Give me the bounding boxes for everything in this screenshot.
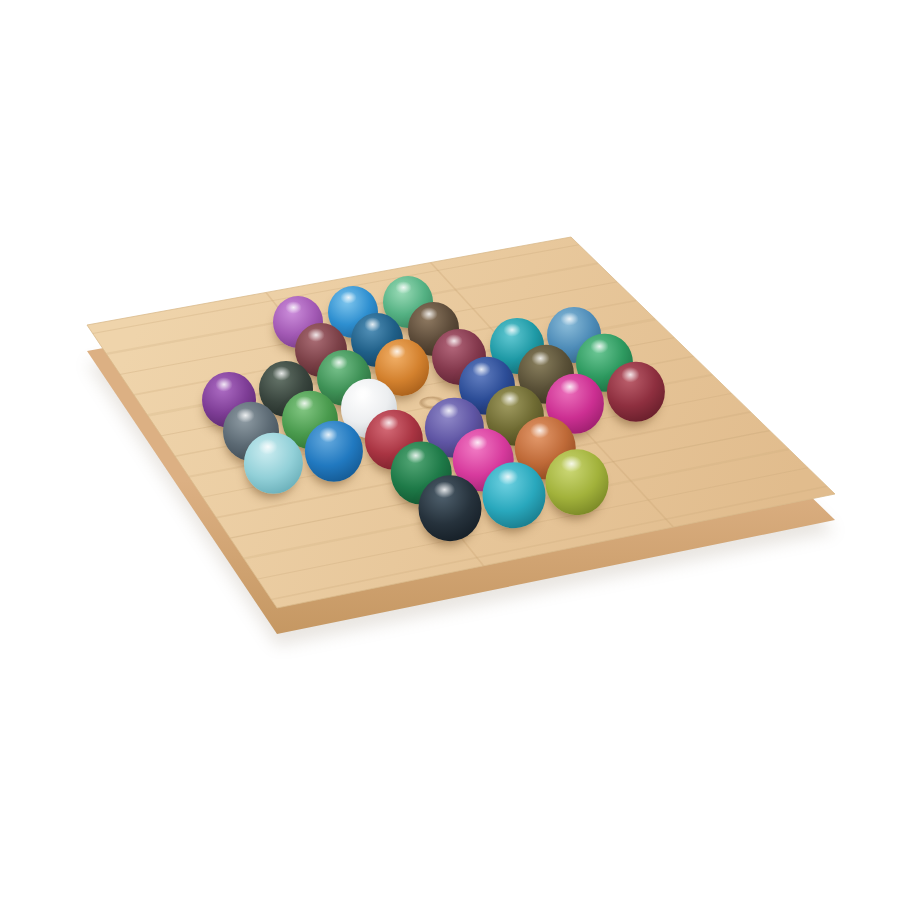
- marble-layer: [0, 0, 900, 900]
- scene: [0, 0, 900, 900]
- marble-a5-pale-cyan[interactable]: [244, 433, 302, 494]
- marble-e7-lime-green[interactable]: [546, 449, 609, 515]
- marble-d7-turquoise[interactable]: [482, 462, 545, 528]
- marble-g5-dark-red[interactable]: [606, 362, 664, 423]
- marble-c7-dark-navy[interactable]: [419, 475, 482, 541]
- marble-b5-cerulean-blue[interactable]: [305, 421, 363, 482]
